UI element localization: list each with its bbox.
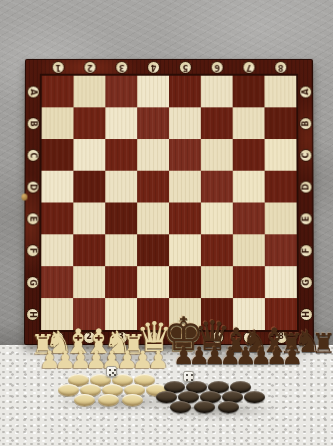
board-square xyxy=(233,234,265,266)
die-pip xyxy=(114,374,116,376)
board-square xyxy=(169,76,201,108)
board-square xyxy=(74,76,106,108)
board-square xyxy=(169,171,201,203)
board-square xyxy=(137,234,169,266)
board-square xyxy=(169,107,201,139)
coordinate-label: D xyxy=(26,180,39,193)
light-checker-disc xyxy=(122,394,143,406)
board-square xyxy=(73,171,105,203)
dark-checker-disc xyxy=(194,401,215,413)
board-square xyxy=(265,139,297,171)
dark-checker-disc xyxy=(244,391,265,403)
coordinates-top: 12345678 xyxy=(42,60,296,74)
board-square xyxy=(73,202,105,234)
board-square xyxy=(42,76,74,108)
board-square xyxy=(73,107,105,139)
board-square xyxy=(233,139,265,171)
light-checker-disc xyxy=(74,394,95,406)
dark-checkers-shadow xyxy=(148,400,280,420)
board-square xyxy=(105,234,137,266)
board-square xyxy=(41,171,73,203)
board-square xyxy=(137,139,169,171)
board-square xyxy=(137,171,169,203)
board-square xyxy=(41,202,73,234)
light-checker-disc xyxy=(58,384,79,396)
board-square xyxy=(41,266,73,298)
die-pip xyxy=(186,374,188,376)
die-pip xyxy=(186,379,188,381)
coordinate-label: 4 xyxy=(147,60,160,73)
board-square xyxy=(42,107,74,139)
board-square xyxy=(265,202,297,234)
coordinate-label: F xyxy=(26,244,39,257)
board-square xyxy=(169,139,201,171)
dark-pawns-row: ♟♟♟♟♟♟♟♟ xyxy=(176,342,300,368)
board-square xyxy=(264,107,296,139)
board-square xyxy=(169,266,201,298)
light-checker-disc xyxy=(98,394,119,406)
board-square xyxy=(201,266,233,298)
coordinate-label: B xyxy=(26,117,39,130)
coordinate-label: 6 xyxy=(210,60,223,73)
board-square xyxy=(137,107,169,139)
board-squares xyxy=(41,76,297,330)
light-pawns-row: ♟♟♟♟♟♟♟♟ xyxy=(42,346,166,372)
board-square xyxy=(105,139,137,171)
board-square xyxy=(233,171,265,203)
board-square xyxy=(201,139,233,171)
board-square xyxy=(137,266,169,298)
board-square xyxy=(105,202,137,234)
die-pip xyxy=(114,369,116,371)
coordinate-label: 5 xyxy=(178,60,191,73)
coordinate-label: A xyxy=(26,85,39,98)
board-square xyxy=(201,171,233,203)
board-square xyxy=(73,139,105,171)
die-pip xyxy=(191,379,193,381)
board-square xyxy=(265,266,297,298)
coordinate-label: 2 xyxy=(83,60,96,73)
board-square xyxy=(201,202,233,234)
dark-rook: ♜ xyxy=(312,330,333,357)
board-square xyxy=(105,266,137,298)
die-pip xyxy=(109,369,111,371)
coordinate-label: D xyxy=(299,180,312,193)
board-square xyxy=(73,266,105,298)
board-square xyxy=(105,107,137,139)
board-square xyxy=(169,202,201,234)
board-square xyxy=(265,171,297,203)
coordinate-label: G xyxy=(26,276,39,289)
die-pip xyxy=(191,374,193,376)
board-square xyxy=(233,202,265,234)
board-square xyxy=(233,107,265,139)
die-pip xyxy=(109,374,111,376)
coordinate-label: A xyxy=(299,85,312,98)
board-square xyxy=(41,234,73,266)
board-square xyxy=(105,171,137,203)
dark-die xyxy=(183,371,194,382)
board-square xyxy=(201,234,233,266)
die-pip xyxy=(112,372,114,374)
coordinate-label: F xyxy=(299,244,312,257)
coordinate-label: C xyxy=(299,148,312,161)
coordinate-label: 1 xyxy=(51,60,64,73)
coordinate-label: E xyxy=(299,212,312,225)
dark-checker-disc xyxy=(218,401,239,413)
board-square xyxy=(42,139,74,171)
dark-pawn: ♟ xyxy=(282,344,304,368)
coordinate-label: B xyxy=(299,117,312,130)
coordinate-label: C xyxy=(26,148,39,161)
board-square xyxy=(264,76,296,108)
dark-checker-disc xyxy=(170,401,191,413)
board-square xyxy=(105,76,137,108)
board-square xyxy=(137,202,169,234)
board-square xyxy=(201,76,233,108)
board-square xyxy=(137,76,169,108)
coordinate-label: 8 xyxy=(274,60,287,73)
board-square xyxy=(169,234,201,266)
coordinates-right: ABCDEFGH xyxy=(298,76,313,330)
coordinate-label: 7 xyxy=(242,60,255,73)
board-square xyxy=(201,107,233,139)
coordinate-label: E xyxy=(26,212,39,225)
brass-clasp xyxy=(21,194,27,201)
light-die xyxy=(106,366,117,377)
scene-photo: 12345678 12345678 ABCDEFGH ABCDEFGH ♜♞♝♝… xyxy=(0,0,333,446)
coordinate-label: 3 xyxy=(115,60,128,73)
coordinates-left: ABCDEFGH xyxy=(25,76,40,330)
board-square xyxy=(233,266,265,298)
coordinate-label: G xyxy=(299,276,312,289)
board-square xyxy=(73,234,105,266)
board-square xyxy=(233,76,265,108)
board-square xyxy=(265,234,297,266)
